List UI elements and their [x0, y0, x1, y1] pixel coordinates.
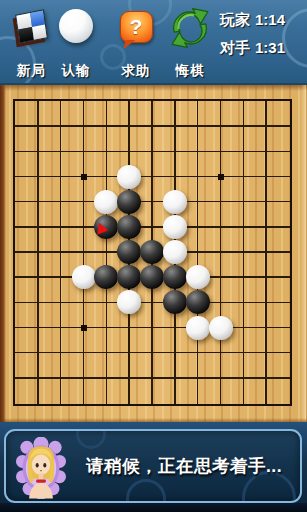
new-game-label: 新局 — [17, 62, 46, 80]
undo-button[interactable]: 悔棋 — [164, 6, 216, 80]
toolbar: 新局 认输 ? 求助 悔棋 玩家 — [0, 0, 307, 85]
green-undo-arrows-icon — [169, 7, 211, 49]
black-stone-4-7 — [94, 265, 118, 289]
star-point — [81, 174, 87, 180]
black-stone-5-4 — [117, 190, 141, 214]
grid-line-horizontal — [15, 352, 290, 354]
black-stone-4-5 — [94, 215, 118, 239]
status-area: 请稍候，正在思考着手... — [0, 422, 307, 512]
white-stone-7-4 — [163, 190, 187, 214]
white-stone-5-3 — [117, 165, 141, 189]
girl-avatar — [16, 437, 66, 499]
question-mark: ? — [130, 15, 143, 39]
last-move-marker — [97, 223, 108, 235]
opponent-timer: 对手 1:31 — [220, 39, 302, 58]
black-stone-8-8 — [186, 290, 210, 314]
opponent-timer-value: 1:31 — [255, 39, 285, 58]
white-stone-5-8 — [117, 290, 141, 314]
white-stone-9-9 — [209, 316, 233, 340]
grid-line-vertical — [243, 101, 245, 404]
white-stone-icon — [59, 9, 93, 43]
grid-line-vertical — [265, 101, 267, 404]
black-stone-7-7 — [163, 265, 187, 289]
opponent-timer-label: 对手 — [220, 39, 250, 58]
grid-line-horizontal — [15, 327, 290, 329]
white-stone-8-9 — [186, 316, 210, 340]
board-grid[interactable] — [13, 99, 292, 406]
white-stone-8-7 — [186, 265, 210, 289]
help-button[interactable]: ? 求助 — [110, 6, 162, 80]
resign-label: 认输 — [62, 62, 91, 80]
player-timer-value: 1:14 — [255, 11, 285, 30]
white-stone-4-4 — [94, 190, 118, 214]
board-area — [0, 85, 307, 422]
star-point — [218, 174, 224, 180]
status-panel: 请稍候，正在思考着手... — [4, 429, 302, 503]
question-bubble-icon: ? — [120, 11, 153, 43]
grid-line-vertical — [220, 101, 222, 404]
grid-line-vertical — [197, 101, 199, 404]
star-point — [81, 325, 87, 331]
bottom-edge — [0, 503, 307, 512]
white-stone-3-7 — [72, 265, 96, 289]
board-right-edge — [301, 85, 306, 422]
black-stone-7-8 — [163, 290, 187, 314]
black-stone-5-6 — [117, 240, 141, 264]
board-left-edge — [0, 85, 6, 422]
white-stone-7-6 — [163, 240, 187, 264]
resign-button[interactable]: 认输 — [50, 6, 102, 80]
black-stone-5-7 — [117, 265, 141, 289]
help-label: 求助 — [122, 62, 151, 80]
black-stone-6-7 — [140, 265, 164, 289]
app-screen: 新局 认输 ? 求助 悔棋 玩家 — [0, 0, 307, 512]
player-timer: 玩家 1:14 — [220, 11, 302, 30]
status-message: 请稍候，正在思考着手... — [74, 431, 294, 501]
grid-line-horizontal — [15, 302, 290, 304]
black-stone-5-5 — [117, 215, 141, 239]
grid-line-horizontal — [15, 377, 290, 379]
black-stone-6-6 — [140, 240, 164, 264]
white-stone-7-5 — [163, 215, 187, 239]
checkered-board-icon — [15, 9, 48, 43]
board-top-edge — [0, 85, 307, 91]
undo-label: 悔棋 — [176, 62, 205, 80]
timers: 玩家 1:14 对手 1:31 — [220, 11, 302, 58]
player-timer-label: 玩家 — [220, 11, 250, 30]
